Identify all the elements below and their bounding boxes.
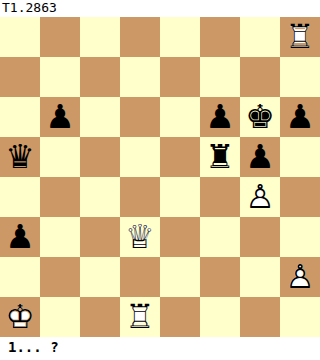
square-e2[interactable]: [160, 257, 200, 297]
square-b3[interactable]: [40, 217, 80, 257]
square-d1[interactable]: ♜♖: [120, 297, 160, 337]
square-g6[interactable]: ♚: [240, 97, 280, 137]
square-f3[interactable]: [200, 217, 240, 257]
square-a1[interactable]: ♚♔: [0, 297, 40, 337]
square-b1[interactable]: [40, 297, 80, 337]
piece-bP-g5: ♟: [240, 137, 280, 177]
square-h5[interactable]: [280, 137, 320, 177]
square-h1[interactable]: [280, 297, 320, 337]
piece-bQ-a5: ♛: [0, 137, 40, 177]
piece-bR-f5: ♜: [200, 137, 240, 177]
square-f5[interactable]: ♜: [200, 137, 240, 177]
piece-wR-d1: ♜♖: [120, 297, 160, 337]
square-a4[interactable]: [0, 177, 40, 217]
square-e4[interactable]: [160, 177, 200, 217]
square-f4[interactable]: [200, 177, 240, 217]
square-d2[interactable]: [120, 257, 160, 297]
square-h2[interactable]: ♟♙: [280, 257, 320, 297]
square-c6[interactable]: [80, 97, 120, 137]
chess-board: ♜♖♟♟♚♟♛♜♟♟♙♟♛♕♟♙♚♔♜♖: [0, 17, 320, 337]
square-g8[interactable]: [240, 17, 280, 57]
square-d4[interactable]: [120, 177, 160, 217]
square-d7[interactable]: [120, 57, 160, 97]
square-c8[interactable]: [80, 17, 120, 57]
square-g7[interactable]: [240, 57, 280, 97]
square-e6[interactable]: [160, 97, 200, 137]
square-a8[interactable]: [0, 17, 40, 57]
square-e7[interactable]: [160, 57, 200, 97]
piece-wK-a1: ♚♔: [0, 297, 40, 337]
piece-wR-h8: ♜♖: [280, 17, 320, 57]
square-b7[interactable]: [40, 57, 80, 97]
square-f7[interactable]: [200, 57, 240, 97]
square-g3[interactable]: [240, 217, 280, 257]
square-c2[interactable]: [80, 257, 120, 297]
square-a3[interactable]: ♟: [0, 217, 40, 257]
square-c5[interactable]: [80, 137, 120, 177]
square-h7[interactable]: [280, 57, 320, 97]
square-g1[interactable]: [240, 297, 280, 337]
square-a5[interactable]: ♛: [0, 137, 40, 177]
square-d6[interactable]: [120, 97, 160, 137]
square-d8[interactable]: [120, 17, 160, 57]
square-e8[interactable]: [160, 17, 200, 57]
square-h3[interactable]: [280, 217, 320, 257]
square-e1[interactable]: [160, 297, 200, 337]
piece-wQ-d3: ♛♕: [120, 217, 160, 257]
square-h4[interactable]: [280, 177, 320, 217]
square-c1[interactable]: [80, 297, 120, 337]
square-b6[interactable]: ♟: [40, 97, 80, 137]
square-h6[interactable]: ♟: [280, 97, 320, 137]
square-g4[interactable]: ♟♙: [240, 177, 280, 217]
piece-bP-a3: ♟: [0, 217, 40, 257]
square-a2[interactable]: [0, 257, 40, 297]
square-c4[interactable]: [80, 177, 120, 217]
move-prompt: 1... ?: [0, 337, 320, 360]
square-g5[interactable]: ♟: [240, 137, 280, 177]
square-b2[interactable]: [40, 257, 80, 297]
piece-bK-g6: ♚: [240, 97, 280, 137]
piece-bP-f6: ♟: [200, 97, 240, 137]
square-f6[interactable]: ♟: [200, 97, 240, 137]
square-c7[interactable]: [80, 57, 120, 97]
square-g2[interactable]: [240, 257, 280, 297]
square-a7[interactable]: [0, 57, 40, 97]
piece-wP-g4: ♟♙: [240, 177, 280, 217]
square-b8[interactable]: [40, 17, 80, 57]
square-b5[interactable]: [40, 137, 80, 177]
piece-bP-b6: ♟: [40, 97, 80, 137]
square-d5[interactable]: [120, 137, 160, 177]
square-c3[interactable]: [80, 217, 120, 257]
piece-wP-h2: ♟♙: [280, 257, 320, 297]
puzzle-id: T1.2863: [0, 0, 320, 17]
piece-bP-h6: ♟: [280, 97, 320, 137]
square-h8[interactable]: ♜♖: [280, 17, 320, 57]
square-f1[interactable]: [200, 297, 240, 337]
square-b4[interactable]: [40, 177, 80, 217]
square-f8[interactable]: [200, 17, 240, 57]
square-a6[interactable]: [0, 97, 40, 137]
square-d3[interactable]: ♛♕: [120, 217, 160, 257]
square-e3[interactable]: [160, 217, 200, 257]
square-e5[interactable]: [160, 137, 200, 177]
square-f2[interactable]: [200, 257, 240, 297]
